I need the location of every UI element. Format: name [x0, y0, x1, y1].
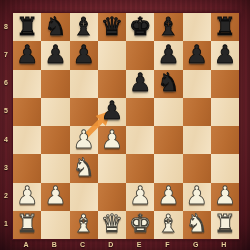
square-c2[interactable] [70, 183, 98, 211]
square-g7[interactable]: ♟ [183, 41, 211, 69]
square-c1[interactable]: ♝ [70, 211, 98, 239]
square-c4[interactable]: ♟ [70, 126, 98, 154]
rank-labels: 87654321 [0, 12, 12, 238]
piece-white-pawn-g2[interactable]: ♟ [183, 182, 211, 210]
square-f7[interactable]: ♟ [154, 41, 182, 69]
piece-white-pawn-a2[interactable]: ♟ [13, 182, 41, 210]
square-c3[interactable]: ♞ [70, 154, 98, 182]
square-f5[interactable] [154, 98, 182, 126]
square-f8[interactable]: ♝ [154, 13, 182, 41]
square-g4[interactable] [183, 126, 211, 154]
piece-white-pawn-e2[interactable]: ♟ [126, 182, 154, 210]
square-b7[interactable]: ♟ [41, 41, 69, 69]
square-g1[interactable]: ♞ [183, 211, 211, 239]
square-e6[interactable]: ♟ [126, 70, 154, 98]
square-a5[interactable] [13, 98, 41, 126]
piece-white-pawn-d4[interactable]: ♟ [98, 125, 126, 153]
square-e7[interactable] [126, 41, 154, 69]
piece-white-bishop-c1[interactable]: ♝ [70, 210, 98, 238]
rank-label-7: 7 [0, 40, 12, 68]
square-f6[interactable]: ♞ [154, 70, 182, 98]
piece-black-pawn-g7[interactable]: ♟ [183, 40, 211, 68]
square-a7[interactable]: ♟ [13, 41, 41, 69]
piece-white-queen-d1[interactable]: ♛ [98, 210, 126, 238]
square-a4[interactable] [13, 126, 41, 154]
square-e3[interactable] [126, 154, 154, 182]
square-b1[interactable] [41, 211, 69, 239]
rank-label-2: 2 [0, 182, 12, 210]
piece-white-knight-c3[interactable]: ♞ [70, 153, 98, 181]
piece-black-pawn-e6[interactable]: ♟ [126, 69, 154, 97]
square-d4[interactable]: ♟ [98, 126, 126, 154]
chess-board-frame: 87654321 ABCDEFGH ♜♞♝♛♚♝♜♟♟♟♟♟♟♟♞♟♟♟♞♟♟♟… [0, 0, 250, 250]
piece-black-king-e8[interactable]: ♚ [126, 12, 154, 40]
piece-white-rook-h1[interactable]: ♜ [211, 210, 239, 238]
square-b6[interactable] [41, 70, 69, 98]
piece-black-pawn-b7[interactable]: ♟ [41, 40, 69, 68]
square-g6[interactable] [183, 70, 211, 98]
piece-white-pawn-f2[interactable]: ♟ [154, 182, 182, 210]
square-c8[interactable]: ♝ [70, 13, 98, 41]
square-c5[interactable] [70, 98, 98, 126]
rank-label-6: 6 [0, 69, 12, 97]
chess-board: ♜♞♝♛♚♝♜♟♟♟♟♟♟♟♞♟♟♟♞♟♟♟♟♟♟♜♝♛♚♝♞♜ [12, 12, 240, 240]
square-c7[interactable]: ♟ [70, 41, 98, 69]
square-e1[interactable]: ♚ [126, 211, 154, 239]
rank-label-4: 4 [0, 125, 12, 153]
piece-black-pawn-d5[interactable]: ♟ [98, 97, 126, 125]
piece-white-pawn-b2[interactable]: ♟ [41, 182, 69, 210]
square-h6[interactable] [211, 70, 239, 98]
square-h2[interactable]: ♟ [211, 183, 239, 211]
piece-black-pawn-f7[interactable]: ♟ [154, 40, 182, 68]
square-g2[interactable]: ♟ [183, 183, 211, 211]
square-a6[interactable] [13, 70, 41, 98]
rank-label-5: 5 [0, 97, 12, 125]
square-f2[interactable]: ♟ [154, 183, 182, 211]
square-d7[interactable] [98, 41, 126, 69]
piece-white-pawn-h2[interactable]: ♟ [211, 182, 239, 210]
square-h7[interactable]: ♟ [211, 41, 239, 69]
square-e2[interactable]: ♟ [126, 183, 154, 211]
square-f4[interactable] [154, 126, 182, 154]
piece-black-pawn-a7[interactable]: ♟ [13, 40, 41, 68]
piece-black-bishop-c8[interactable]: ♝ [70, 12, 98, 40]
square-b8[interactable]: ♞ [41, 13, 69, 41]
piece-black-rook-a8[interactable]: ♜ [13, 12, 41, 40]
piece-black-rook-h8[interactable]: ♜ [211, 12, 239, 40]
rank-label-3: 3 [0, 153, 12, 181]
square-f3[interactable] [154, 154, 182, 182]
square-b5[interactable] [41, 98, 69, 126]
square-b2[interactable]: ♟ [41, 183, 69, 211]
square-d2[interactable] [98, 183, 126, 211]
square-c6[interactable] [70, 70, 98, 98]
piece-black-pawn-h7[interactable]: ♟ [211, 40, 239, 68]
square-a2[interactable]: ♟ [13, 183, 41, 211]
piece-black-knight-f6[interactable]: ♞ [154, 69, 182, 97]
square-d1[interactable]: ♛ [98, 211, 126, 239]
square-h4[interactable] [211, 126, 239, 154]
square-b4[interactable] [41, 126, 69, 154]
square-h5[interactable] [211, 98, 239, 126]
piece-black-pawn-c7[interactable]: ♟ [70, 40, 98, 68]
square-e8[interactable]: ♚ [126, 13, 154, 41]
piece-black-knight-b8[interactable]: ♞ [41, 12, 69, 40]
square-h1[interactable]: ♜ [211, 211, 239, 239]
square-g3[interactable] [183, 154, 211, 182]
square-f1[interactable]: ♝ [154, 211, 182, 239]
rank-label-1: 1 [0, 210, 12, 238]
square-g8[interactable] [183, 13, 211, 41]
piece-white-pawn-c4[interactable]: ♟ [70, 125, 98, 153]
piece-black-bishop-f8[interactable]: ♝ [154, 12, 182, 40]
square-g5[interactable] [183, 98, 211, 126]
piece-white-king-e1[interactable]: ♚ [126, 210, 154, 238]
square-h8[interactable]: ♜ [211, 13, 239, 41]
square-d8[interactable]: ♛ [98, 13, 126, 41]
square-e5[interactable] [126, 98, 154, 126]
piece-white-rook-a1[interactable]: ♜ [13, 210, 41, 238]
square-a8[interactable]: ♜ [13, 13, 41, 41]
square-h3[interactable] [211, 154, 239, 182]
square-d6[interactable] [98, 70, 126, 98]
piece-white-knight-g1[interactable]: ♞ [183, 210, 211, 238]
square-d3[interactable] [98, 154, 126, 182]
piece-white-bishop-f1[interactable]: ♝ [154, 210, 182, 238]
rank-label-8: 8 [0, 12, 12, 40]
square-e4[interactable] [126, 126, 154, 154]
square-b3[interactable] [41, 154, 69, 182]
piece-black-queen-d8[interactable]: ♛ [98, 12, 126, 40]
square-a1[interactable]: ♜ [13, 211, 41, 239]
square-d5[interactable]: ♟ [98, 98, 126, 126]
square-a3[interactable] [13, 154, 41, 182]
